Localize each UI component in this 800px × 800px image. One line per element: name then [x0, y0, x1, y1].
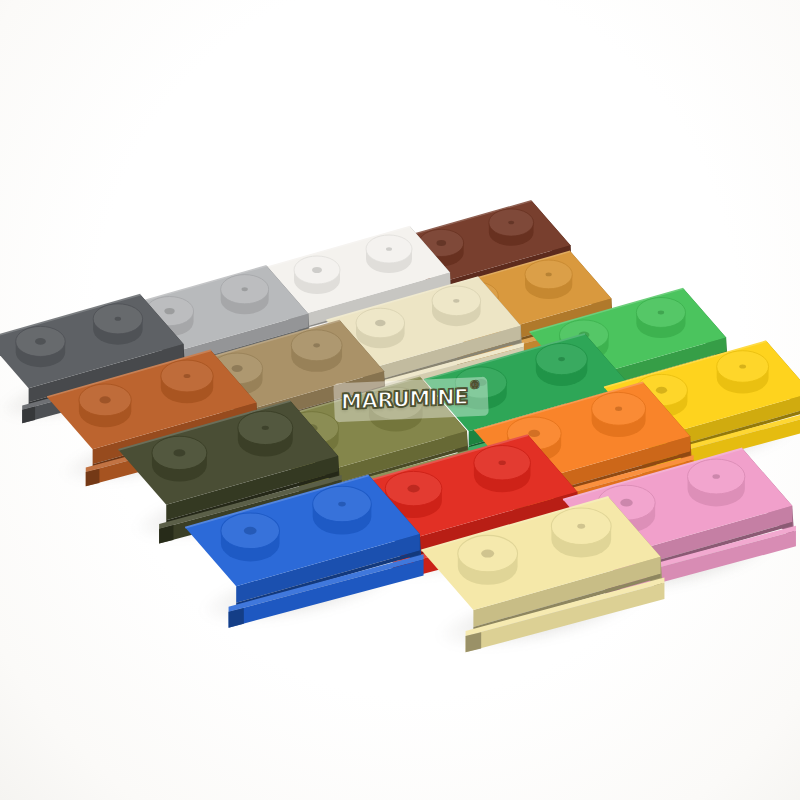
- registered-trademark-symbol: ®: [470, 380, 480, 390]
- brick-bright-light-yellow-graphic: [411, 460, 671, 681]
- marumine-watermark: MARUMINE ®: [333, 377, 489, 423]
- brick-bright-light-yellow: [411, 460, 671, 681]
- brick-blue-graphic: [175, 439, 430, 656]
- watermark-brand-text: MARUMINE: [341, 386, 468, 413]
- brick-blue: [175, 439, 430, 656]
- product-photo: MARUMINE ®: [0, 0, 800, 800]
